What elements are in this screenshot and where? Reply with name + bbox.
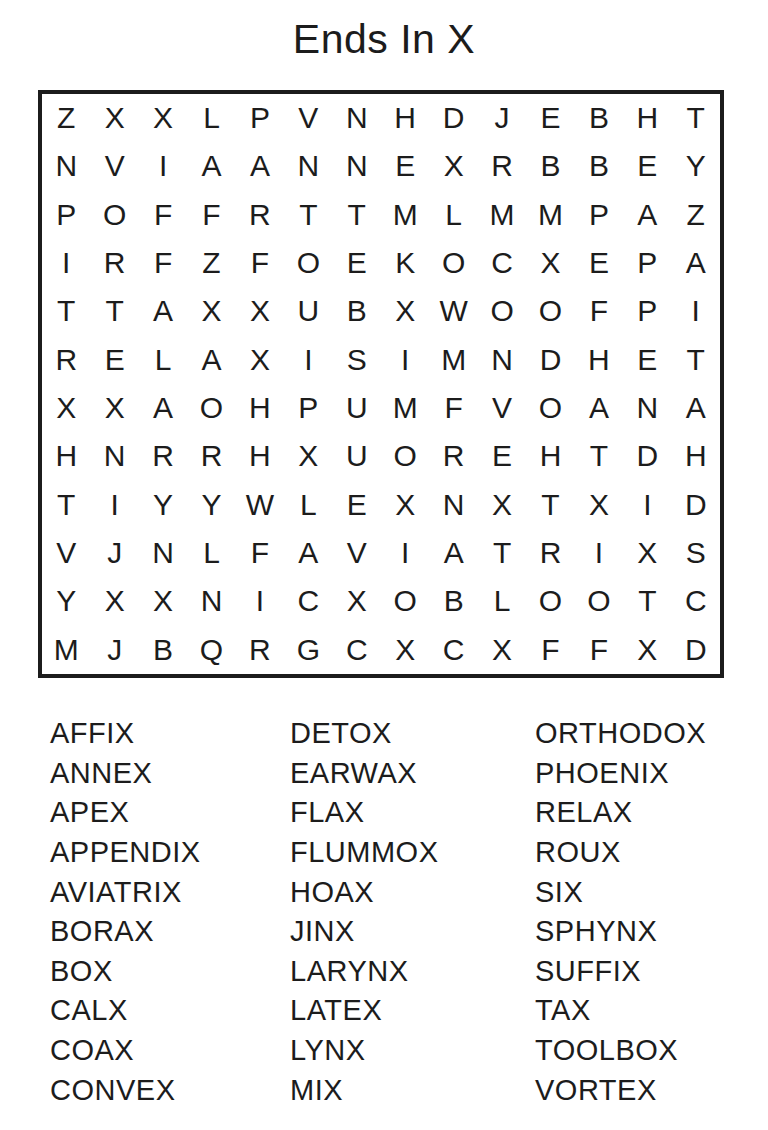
grid-cell-r10c6[interactable]: A	[284, 529, 332, 577]
grid-cell-r9c3[interactable]: Y	[139, 481, 187, 529]
grid-cell-r3c6[interactable]: T	[284, 191, 332, 239]
grid-cell-r2c2[interactable]: V	[90, 142, 138, 190]
grid-cell-r11c11[interactable]: O	[526, 577, 574, 625]
grid-cell-r4c12[interactable]: E	[575, 239, 623, 287]
grid-cell-r8c10[interactable]: E	[478, 432, 526, 480]
grid-cell-r7c1[interactable]: X	[42, 384, 90, 432]
grid-cell-r8c1[interactable]: H	[42, 432, 90, 480]
grid-cell-r6c11[interactable]: D	[526, 336, 574, 384]
word-item-aviatrix: AVIATRIX	[50, 872, 290, 912]
grid-cell-r2c12[interactable]: B	[575, 142, 623, 190]
word-item-earwax: EARWAX	[290, 754, 535, 794]
grid-cell-r10c14[interactable]: S	[672, 529, 720, 577]
grid-cell-r5c4[interactable]: X	[187, 287, 235, 335]
grid-cell-r9c10[interactable]: X	[478, 481, 526, 529]
word-item-tax: TAX	[535, 991, 740, 1031]
grid-cell-r7c6[interactable]: P	[284, 384, 332, 432]
grid-cell-r10c4[interactable]: L	[187, 529, 235, 577]
grid-cell-r8c4[interactable]: R	[187, 432, 235, 480]
grid-cell-r1c2[interactable]: X	[90, 94, 138, 142]
grid-cell-r3c4[interactable]: F	[187, 191, 235, 239]
grid-cell-r7c12[interactable]: A	[575, 384, 623, 432]
grid-cell-r12c10[interactable]: X	[478, 626, 526, 674]
word-item-annex: ANNEX	[50, 754, 290, 794]
grid-cell-r11c4[interactable]: N	[187, 577, 235, 625]
grid-cell-r5c1[interactable]: T	[42, 287, 90, 335]
grid-cell-r12c2[interactable]: J	[90, 626, 138, 674]
word-item-roux: ROUX	[535, 833, 740, 873]
grid-cell-r11c10[interactable]: L	[478, 577, 526, 625]
grid-cell-r10c13[interactable]: X	[623, 529, 671, 577]
grid-cell-r12c3[interactable]: B	[139, 626, 187, 674]
grid-cell-r4c8[interactable]: K	[381, 239, 429, 287]
grid-cell-r11c6[interactable]: C	[284, 577, 332, 625]
word-item-convex: CONVEX	[50, 1070, 290, 1110]
grid-cell-r11c8[interactable]: O	[381, 577, 429, 625]
grid-cell-r5c14[interactable]: I	[672, 287, 720, 335]
grid-cell-r9c14[interactable]: D	[672, 481, 720, 529]
grid-cell-r8c12[interactable]: T	[575, 432, 623, 480]
grid-cell-r11c3[interactable]: X	[139, 577, 187, 625]
grid-cell-r5c12[interactable]: F	[575, 287, 623, 335]
grid-cell-r3c2[interactable]: O	[90, 191, 138, 239]
grid-cell-r12c6[interactable]: G	[284, 626, 332, 674]
grid-cell-r8c7[interactable]: U	[333, 432, 381, 480]
grid-cell-r6c3[interactable]: L	[139, 336, 187, 384]
grid-cell-r11c1[interactable]: Y	[42, 577, 90, 625]
puzzle-title: Ends In X	[0, 16, 768, 63]
grid-cell-r8c14[interactable]: H	[672, 432, 720, 480]
grid-cell-r1c9[interactable]: D	[429, 94, 477, 142]
grid-cell-r1c8[interactable]: H	[381, 94, 429, 142]
grid-cell-r7c3[interactable]: A	[139, 384, 187, 432]
grid-cell-r7c7[interactable]: U	[333, 384, 381, 432]
grid-cell-r8c8[interactable]: O	[381, 432, 429, 480]
word-item-borax: BORAX	[50, 912, 290, 952]
grid-cell-r9c5[interactable]: W	[236, 481, 284, 529]
grid-cell-r6c7[interactable]: S	[333, 336, 381, 384]
grid-cell-r9c6[interactable]: L	[284, 481, 332, 529]
grid-cell-r2c6[interactable]: N	[284, 142, 332, 190]
grid-cell-r2c4[interactable]: A	[187, 142, 235, 190]
grid-cell-r5c6[interactable]: U	[284, 287, 332, 335]
grid-cell-r3c8[interactable]: M	[381, 191, 429, 239]
grid-cell-r8c5[interactable]: H	[236, 432, 284, 480]
grid-cell-r4c2[interactable]: R	[90, 239, 138, 287]
word-item-hoax: HOAX	[290, 872, 535, 912]
grid-cell-r12c14[interactable]: D	[672, 626, 720, 674]
grid-cell-r4c14[interactable]: A	[672, 239, 720, 287]
grid-cell-r4c13[interactable]: P	[623, 239, 671, 287]
grid-cell-r1c11[interactable]: E	[526, 94, 574, 142]
grid-cell-r12c7[interactable]: C	[333, 626, 381, 674]
grid-cell-r5c7[interactable]: B	[333, 287, 381, 335]
word-item-appendix: APPENDIX	[50, 833, 290, 873]
grid-cell-r12c1[interactable]: M	[42, 626, 90, 674]
grid-cell-r12c9[interactable]: C	[429, 626, 477, 674]
grid-cell-r9c9[interactable]: N	[429, 481, 477, 529]
grid-cell-r9c7[interactable]: E	[333, 481, 381, 529]
word-item-six: SIX	[535, 872, 740, 912]
grid-cell-r12c13[interactable]: X	[623, 626, 671, 674]
word-item-flax: FLAX	[290, 793, 535, 833]
grid-cell-r7c8[interactable]: M	[381, 384, 429, 432]
grid-cell-r7c2[interactable]: X	[90, 384, 138, 432]
grid-cell-r5c3[interactable]: A	[139, 287, 187, 335]
grid-cell-r9c2[interactable]: I	[90, 481, 138, 529]
grid-cell-r4c4[interactable]: Z	[187, 239, 235, 287]
grid-cell-r2c11[interactable]: B	[526, 142, 574, 190]
grid-cell-r10c2[interactable]: J	[90, 529, 138, 577]
grid-cell-r10c11[interactable]: R	[526, 529, 574, 577]
grid-cell-r5c2[interactable]: T	[90, 287, 138, 335]
word-item-orthodox: ORTHODOX	[535, 714, 740, 754]
grid-cell-r12c12[interactable]: F	[575, 626, 623, 674]
grid-cell-r10c5[interactable]: F	[236, 529, 284, 577]
grid-cell-r2c10[interactable]: R	[478, 142, 526, 190]
grid-cell-r9c12[interactable]: X	[575, 481, 623, 529]
grid-cell-r3c13[interactable]: A	[623, 191, 671, 239]
grid-cell-r10c8[interactable]: I	[381, 529, 429, 577]
grid-cell-r7c14[interactable]: A	[672, 384, 720, 432]
grid-cell-r11c2[interactable]: X	[90, 577, 138, 625]
grid-cell-r11c7[interactable]: X	[333, 577, 381, 625]
grid-cell-r2c14[interactable]: Y	[672, 142, 720, 190]
grid-cell-r1c7[interactable]: N	[333, 94, 381, 142]
grid-cell-r11c13[interactable]: T	[623, 577, 671, 625]
grid-cell-r9c11[interactable]: T	[526, 481, 574, 529]
grid-cell-r12c8[interactable]: X	[381, 626, 429, 674]
grid-cell-r6c5[interactable]: X	[236, 336, 284, 384]
grid-cell-r4c5[interactable]: F	[236, 239, 284, 287]
grid-cell-r6c14[interactable]: T	[672, 336, 720, 384]
word-item-suffix: SUFFIX	[535, 952, 740, 992]
grid-cell-r1c12[interactable]: B	[575, 94, 623, 142]
grid-cell-r3c10[interactable]: M	[478, 191, 526, 239]
grid-cell-r6c2[interactable]: E	[90, 336, 138, 384]
word-item-detox: DETOX	[290, 714, 535, 754]
word-item-mix: MIX	[290, 1070, 535, 1110]
grid-cell-r2c7[interactable]: N	[333, 142, 381, 190]
grid-cell-r3c11[interactable]: M	[526, 191, 574, 239]
grid-cell-r1c3[interactable]: X	[139, 94, 187, 142]
grid-cell-r7c10[interactable]: V	[478, 384, 526, 432]
grid-cell-r7c11[interactable]: O	[526, 384, 574, 432]
grid-cell-r7c9[interactable]: F	[429, 384, 477, 432]
word-search-grid-frame: ZXXLPVNHDJEBHTNVIAANNEXRBBEYPOFFRTTMLMMP…	[38, 90, 724, 678]
grid-cell-r4c9[interactable]: O	[429, 239, 477, 287]
grid-cell-r5c8[interactable]: X	[381, 287, 429, 335]
grid-cell-r3c1[interactable]: P	[42, 191, 90, 239]
grid-cell-r7c5[interactable]: H	[236, 384, 284, 432]
grid-cell-r1c4[interactable]: L	[187, 94, 235, 142]
grid-cell-r10c12[interactable]: I	[575, 529, 623, 577]
grid-cell-r3c12[interactable]: P	[575, 191, 623, 239]
grid-cell-r6c4[interactable]: A	[187, 336, 235, 384]
grid-cell-r1c1[interactable]: Z	[42, 94, 90, 142]
grid-cell-r2c5[interactable]: A	[236, 142, 284, 190]
word-item-lynx: LYNX	[290, 1031, 535, 1071]
word-item-box: BOX	[50, 952, 290, 992]
grid-cell-r2c9[interactable]: X	[429, 142, 477, 190]
grid-cell-r10c10[interactable]: T	[478, 529, 526, 577]
grid-cell-r5c11[interactable]: O	[526, 287, 574, 335]
grid-cell-r8c9[interactable]: R	[429, 432, 477, 480]
grid-cell-r9c1[interactable]: T	[42, 481, 90, 529]
grid-cell-r6c1[interactable]: R	[42, 336, 90, 384]
grid-cell-r3c9[interactable]: L	[429, 191, 477, 239]
word-item-jinx: JINX	[290, 912, 535, 952]
grid-cell-r9c8[interactable]: X	[381, 481, 429, 529]
word-item-calx: CALX	[50, 991, 290, 1031]
grid-cell-r12c11[interactable]: F	[526, 626, 574, 674]
grid-cell-r7c4[interactable]: O	[187, 384, 235, 432]
grid-cell-r5c5[interactable]: X	[236, 287, 284, 335]
grid-cell-r10c9[interactable]: A	[429, 529, 477, 577]
grid-cell-r9c4[interactable]: Y	[187, 481, 235, 529]
grid-cell-r5c9[interactable]: W	[429, 287, 477, 335]
word-item-affix: AFFIX	[50, 714, 290, 754]
grid-cell-r2c3[interactable]: I	[139, 142, 187, 190]
grid-cell-r7c13[interactable]: N	[623, 384, 671, 432]
grid-cell-r3c7[interactable]: T	[333, 191, 381, 239]
grid-cell-r6c10[interactable]: N	[478, 336, 526, 384]
word-item-sphynx: SPHYNX	[535, 912, 740, 952]
grid-cell-r10c3[interactable]: N	[139, 529, 187, 577]
grid-cell-r2c1[interactable]: N	[42, 142, 90, 190]
grid-cell-r6c9[interactable]: M	[429, 336, 477, 384]
grid-cell-r11c5[interactable]: I	[236, 577, 284, 625]
grid-cell-r6c13[interactable]: E	[623, 336, 671, 384]
word-item-phoenix: PHOENIX	[535, 754, 740, 794]
grid-cell-r1c10[interactable]: J	[478, 94, 526, 142]
word-item-vortex: VORTEX	[535, 1070, 740, 1110]
grid-cell-r6c6[interactable]: I	[284, 336, 332, 384]
grid-cell-r11c14[interactable]: C	[672, 577, 720, 625]
grid-cell-r4c3[interactable]: F	[139, 239, 187, 287]
grid-cell-r5c13[interactable]: P	[623, 287, 671, 335]
grid-cell-r3c14[interactable]: Z	[672, 191, 720, 239]
word-item-relax: RELAX	[535, 793, 740, 833]
grid-cell-r3c3[interactable]: F	[139, 191, 187, 239]
word-item-toolbox: TOOLBOX	[535, 1031, 740, 1071]
grid-cell-r2c13[interactable]: E	[623, 142, 671, 190]
grid-cell-r8c6[interactable]: X	[284, 432, 332, 480]
word-list: AFFIXANNEXAPEXAPPENDIXAVIATRIXBORAXBOXCA…	[50, 714, 740, 1110]
grid-cell-r1c6[interactable]: V	[284, 94, 332, 142]
grid-cell-r4c7[interactable]: E	[333, 239, 381, 287]
word-item-coax: COAX	[50, 1031, 290, 1071]
grid-cell-r12c4[interactable]: Q	[187, 626, 235, 674]
grid-cell-r6c12[interactable]: H	[575, 336, 623, 384]
grid-cell-r9c13[interactable]: I	[623, 481, 671, 529]
grid-cell-r11c9[interactable]: B	[429, 577, 477, 625]
word-item-larynx: LARYNX	[290, 952, 535, 992]
grid-cell-r8c13[interactable]: D	[623, 432, 671, 480]
grid-cell-r6c8[interactable]: I	[381, 336, 429, 384]
word-item-apex: APEX	[50, 793, 290, 833]
word-search-grid: ZXXLPVNHDJEBHTNVIAANNEXRBBEYPOFFRTTMLMMP…	[42, 94, 720, 674]
grid-cell-r5c10[interactable]: O	[478, 287, 526, 335]
grid-cell-r8c2[interactable]: N	[90, 432, 138, 480]
word-item-latex: LATEX	[290, 991, 535, 1031]
grid-cell-r4c6[interactable]: O	[284, 239, 332, 287]
grid-cell-r3c5[interactable]: R	[236, 191, 284, 239]
grid-cell-r1c5[interactable]: P	[236, 94, 284, 142]
grid-cell-r4c1[interactable]: I	[42, 239, 90, 287]
grid-cell-r4c11[interactable]: X	[526, 239, 574, 287]
word-item-flummox: FLUMMOX	[290, 833, 535, 873]
grid-cell-r1c13[interactable]: H	[623, 94, 671, 142]
grid-cell-r1c14[interactable]: T	[672, 94, 720, 142]
grid-cell-r10c1[interactable]: V	[42, 529, 90, 577]
grid-cell-r11c12[interactable]: O	[575, 577, 623, 625]
grid-cell-r10c7[interactable]: V	[333, 529, 381, 577]
grid-cell-r12c5[interactable]: R	[236, 626, 284, 674]
grid-cell-r2c8[interactable]: E	[381, 142, 429, 190]
grid-cell-r4c10[interactable]: C	[478, 239, 526, 287]
grid-cell-r8c11[interactable]: H	[526, 432, 574, 480]
grid-cell-r8c3[interactable]: R	[139, 432, 187, 480]
